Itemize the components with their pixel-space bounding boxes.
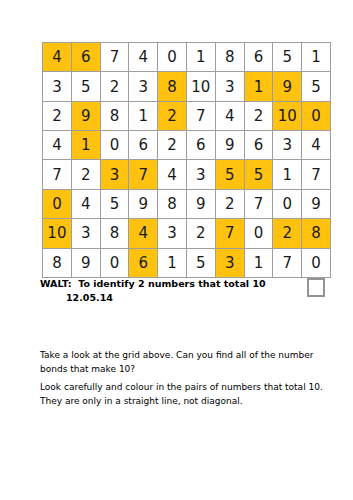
grid-cell-r6c1[interactable]: 0 <box>42 189 71 218</box>
grid-cell-r6c7[interactable]: 2 <box>215 189 244 218</box>
instruction-paragraph-1: Take a look at the grid above. Can you f… <box>40 349 340 376</box>
grid-cell-r2c10[interactable]: 5 <box>301 71 330 100</box>
grid-cell-r4c5[interactable]: 2 <box>157 130 186 159</box>
walt-heading: WALT: To identify 2 numbers that total 1… <box>40 277 266 291</box>
grid-cell-r2c2[interactable]: 5 <box>71 71 100 100</box>
grid-cell-r7c1[interactable]: 10 <box>42 218 71 247</box>
grid-cell-r1c2[interactable]: 6 <box>71 42 100 71</box>
grid-cell-r5c1[interactable]: 7 <box>42 159 71 188</box>
grid-cell-r8c6[interactable]: 5 <box>186 248 215 277</box>
grid-cell-r2c3[interactable]: 2 <box>100 71 129 100</box>
grid-cell-r1c4[interactable]: 4 <box>128 42 157 71</box>
grid-cell-r2c8[interactable]: 1 <box>244 71 273 100</box>
grid-cell-r4c10[interactable]: 4 <box>301 130 330 159</box>
grid-cell-r4c3[interactable]: 0 <box>100 130 129 159</box>
grid-cell-r5c10[interactable]: 7 <box>301 159 330 188</box>
checkbox[interactable] <box>307 278 325 297</box>
grid-cell-r2c9[interactable]: 9 <box>272 71 301 100</box>
grid-cell-r5c2[interactable]: 2 <box>71 159 100 188</box>
grid-cell-r8c2[interactable]: 9 <box>71 248 100 277</box>
grid-cell-r7c2[interactable]: 3 <box>71 218 100 247</box>
walt-block: WALT: To identify 2 numbers that total 1… <box>40 277 266 304</box>
grid-cell-r5c4[interactable]: 7 <box>128 159 157 188</box>
grid-cell-r5c7[interactable]: 5 <box>215 159 244 188</box>
grid-cell-r5c5[interactable]: 4 <box>157 159 186 188</box>
grid-cell-r3c2[interactable]: 9 <box>71 101 100 130</box>
grid-cell-r1c7[interactable]: 8 <box>215 42 244 71</box>
grid-cell-r2c6[interactable]: 10 <box>186 71 215 100</box>
instruction-paragraph-2: Look carefully and colour in the pairs o… <box>40 381 340 408</box>
grid-cell-r6c2[interactable]: 4 <box>71 189 100 218</box>
grid-cell-r4c9[interactable]: 3 <box>272 130 301 159</box>
walt-date: 12.05.14 <box>66 291 266 305</box>
grid-cell-r1c6[interactable]: 1 <box>186 42 215 71</box>
grid-cell-r8c1[interactable]: 8 <box>42 248 71 277</box>
grid-cell-r6c3[interactable]: 5 <box>100 189 129 218</box>
grid-cell-r2c4[interactable]: 3 <box>128 71 157 100</box>
grid-cell-r4c2[interactable]: 1 <box>71 130 100 159</box>
grid-cell-r7c8[interactable]: 0 <box>244 218 273 247</box>
grid-cell-r1c3[interactable]: 7 <box>100 42 129 71</box>
grid-cell-r3c6[interactable]: 7 <box>186 101 215 130</box>
grid-cell-r3c8[interactable]: 2 <box>244 101 273 130</box>
grid-cell-r6c6[interactable]: 9 <box>186 189 215 218</box>
grid-cell-r7c10[interactable]: 8 <box>301 218 330 247</box>
grid-cell-r6c9[interactable]: 0 <box>272 189 301 218</box>
grid-cell-r6c4[interactable]: 9 <box>128 189 157 218</box>
grid-cell-r2c5[interactable]: 8 <box>157 71 186 100</box>
grid-cell-r3c1[interactable]: 2 <box>42 101 71 130</box>
worksheet-page: 4674018651352381031952981274210041062696… <box>0 0 353 500</box>
grid-cell-r7c3[interactable]: 8 <box>100 218 129 247</box>
instructions-block: Take a look at the grid above. Can you f… <box>40 349 340 413</box>
grid-cell-r4c7[interactable]: 9 <box>215 130 244 159</box>
grid-cell-r1c1[interactable]: 4 <box>42 42 71 71</box>
grid-cell-r5c6[interactable]: 3 <box>186 159 215 188</box>
grid-cell-r4c8[interactable]: 6 <box>244 130 273 159</box>
grid-cell-r8c5[interactable]: 1 <box>157 248 186 277</box>
grid-cell-r1c10[interactable]: 1 <box>301 42 330 71</box>
grid-cell-r7c4[interactable]: 4 <box>128 218 157 247</box>
grid-cell-r3c10[interactable]: 0 <box>301 101 330 130</box>
grid-cell-r6c10[interactable]: 9 <box>301 189 330 218</box>
grid-cell-r4c1[interactable]: 4 <box>42 130 71 159</box>
grid-cell-r1c8[interactable]: 6 <box>244 42 273 71</box>
grid-cell-r2c7[interactable]: 3 <box>215 71 244 100</box>
grid-cell-r7c9[interactable]: 2 <box>272 218 301 247</box>
grid-cell-r5c8[interactable]: 5 <box>244 159 273 188</box>
grid-cell-r7c5[interactable]: 3 <box>157 218 186 247</box>
grid-cell-r3c4[interactable]: 1 <box>128 101 157 130</box>
grid-cell-r8c4[interactable]: 6 <box>128 248 157 277</box>
grid-cell-r6c8[interactable]: 7 <box>244 189 273 218</box>
grid-cell-r5c3[interactable]: 3 <box>100 159 129 188</box>
grid-cell-r2c1[interactable]: 3 <box>42 71 71 100</box>
grid-cell-r3c9[interactable]: 10 <box>272 101 301 130</box>
grid-cell-r7c7[interactable]: 7 <box>215 218 244 247</box>
grid-cell-r7c6[interactable]: 2 <box>186 218 215 247</box>
grid-cell-r1c9[interactable]: 5 <box>272 42 301 71</box>
grid-cell-r4c6[interactable]: 6 <box>186 130 215 159</box>
grid-cell-r3c7[interactable]: 4 <box>215 101 244 130</box>
grid-cell-r8c9[interactable]: 7 <box>272 248 301 277</box>
grid-cell-r8c7[interactable]: 3 <box>215 248 244 277</box>
grid-cell-r8c3[interactable]: 0 <box>100 248 129 277</box>
grid-cell-r8c8[interactable]: 1 <box>244 248 273 277</box>
grid-cell-r3c3[interactable]: 8 <box>100 101 129 130</box>
grid-cell-r6c5[interactable]: 8 <box>157 189 186 218</box>
grid-cell-r1c5[interactable]: 0 <box>157 42 186 71</box>
grid-cell-r4c4[interactable]: 6 <box>128 130 157 159</box>
grid-cell-r3c5[interactable]: 2 <box>157 101 186 130</box>
grid-cell-r8c10[interactable]: 0 <box>301 248 330 277</box>
number-bonds-grid: 4674018651352381031952981274210041062696… <box>42 42 331 278</box>
grid-cell-r5c9[interactable]: 1 <box>272 159 301 188</box>
